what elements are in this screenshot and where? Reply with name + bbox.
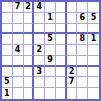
cell-r5c5[interactable] xyxy=(45,45,56,56)
cell-r8c3[interactable] xyxy=(24,77,35,88)
cell-r4c4[interactable] xyxy=(34,34,45,45)
given-digit-r2c8[interactable]: 6 xyxy=(77,13,88,24)
given-digit-r1c2[interactable]: 7 xyxy=(13,2,24,13)
cell-r6c8[interactable] xyxy=(77,56,88,67)
cell-r4c1[interactable] xyxy=(2,34,13,45)
cell-r2c2[interactable] xyxy=(13,13,24,24)
given-digit-r1c3[interactable]: 2 xyxy=(24,2,35,13)
cell-r2c3[interactable] xyxy=(24,13,35,24)
given-digit-r9c1[interactable]: 1 xyxy=(2,88,13,99)
cell-r1c7[interactable] xyxy=(67,2,78,13)
cell-r1c1[interactable] xyxy=(2,2,13,13)
cell-r3c4[interactable] xyxy=(34,24,45,35)
cell-r5c6[interactable] xyxy=(56,45,67,56)
given-digit-r7c4[interactable]: 3 xyxy=(34,67,45,78)
cell-r4c2[interactable] xyxy=(13,34,24,45)
cell-r3c3[interactable] xyxy=(24,24,35,35)
cell-r6c4[interactable] xyxy=(34,56,45,67)
given-digit-r7c7[interactable]: 2 xyxy=(67,67,78,78)
given-digit-r1c4[interactable]: 4 xyxy=(34,2,45,13)
given-digit-r6c5[interactable]: 9 xyxy=(45,56,56,67)
cell-r9c3[interactable] xyxy=(24,88,35,99)
cell-r8c5[interactable] xyxy=(45,77,56,88)
given-digit-r4c9[interactable]: 1 xyxy=(88,34,99,45)
cell-r7c3[interactable] xyxy=(24,67,35,78)
cell-r9c9[interactable] xyxy=(88,88,99,99)
cell-r4c7[interactable] xyxy=(67,34,78,45)
given-digit-r2c5[interactable]: 1 xyxy=(45,13,56,24)
cell-r6c7[interactable] xyxy=(67,56,78,67)
cell-r3c6[interactable] xyxy=(56,24,67,35)
cell-r8c2[interactable] xyxy=(13,77,24,88)
cell-r6c9[interactable] xyxy=(88,56,99,67)
cell-r2c1[interactable] xyxy=(2,13,13,24)
cell-r6c2[interactable] xyxy=(13,56,24,67)
cell-r7c5[interactable] xyxy=(45,67,56,78)
given-digit-r5c2[interactable]: 4 xyxy=(13,45,24,56)
given-digit-r2c9[interactable]: 5 xyxy=(88,13,99,24)
cell-r6c6[interactable] xyxy=(56,56,67,67)
cell-r5c1[interactable] xyxy=(2,45,13,56)
cell-r3c2[interactable] xyxy=(13,24,24,35)
cell-r4c3[interactable] xyxy=(24,34,35,45)
given-digit-r4c8[interactable]: 8 xyxy=(77,34,88,45)
sudoku-board: 72416558142932571 xyxy=(0,0,101,101)
cell-r6c3[interactable] xyxy=(24,56,35,67)
cell-r7c2[interactable] xyxy=(13,67,24,78)
given-digit-r5c4[interactable]: 2 xyxy=(34,45,45,56)
cell-r7c1[interactable] xyxy=(2,67,13,78)
cell-r9c7[interactable] xyxy=(67,88,78,99)
cell-r8c4[interactable] xyxy=(34,77,45,88)
cell-r7c6[interactable] xyxy=(56,67,67,78)
cell-r1c5[interactable] xyxy=(45,2,56,13)
cell-r7c8[interactable] xyxy=(77,67,88,78)
cell-r8c6[interactable] xyxy=(56,77,67,88)
cell-r3c9[interactable] xyxy=(88,24,99,35)
cell-r1c9[interactable] xyxy=(88,2,99,13)
cell-r5c7[interactable] xyxy=(67,45,78,56)
cell-r8c9[interactable] xyxy=(88,77,99,88)
given-digit-r4c5[interactable]: 5 xyxy=(45,34,56,45)
cell-r2c7[interactable] xyxy=(67,13,78,24)
cell-r1c8[interactable] xyxy=(77,2,88,13)
cell-r9c2[interactable] xyxy=(13,88,24,99)
cell-r3c8[interactable] xyxy=(77,24,88,35)
cell-r2c6[interactable] xyxy=(56,13,67,24)
cell-r1c6[interactable] xyxy=(56,2,67,13)
cell-r4c6[interactable] xyxy=(56,34,67,45)
cell-r2c4[interactable] xyxy=(34,13,45,24)
cell-r3c7[interactable] xyxy=(67,24,78,35)
cell-r9c4[interactable] xyxy=(34,88,45,99)
cell-r5c9[interactable] xyxy=(88,45,99,56)
given-digit-r8c7[interactable]: 7 xyxy=(67,77,78,88)
cell-r7c9[interactable] xyxy=(88,67,99,78)
given-digit-r8c1[interactable]: 5 xyxy=(2,77,13,88)
cell-r3c5[interactable] xyxy=(45,24,56,35)
cell-r5c8[interactable] xyxy=(77,45,88,56)
cell-r8c8[interactable] xyxy=(77,77,88,88)
cell-r6c1[interactable] xyxy=(2,56,13,67)
cell-r9c6[interactable] xyxy=(56,88,67,99)
cell-r3c1[interactable] xyxy=(2,24,13,35)
cell-r9c8[interactable] xyxy=(77,88,88,99)
cell-r9c5[interactable] xyxy=(45,88,56,99)
cell-r5c3[interactable] xyxy=(24,45,35,56)
